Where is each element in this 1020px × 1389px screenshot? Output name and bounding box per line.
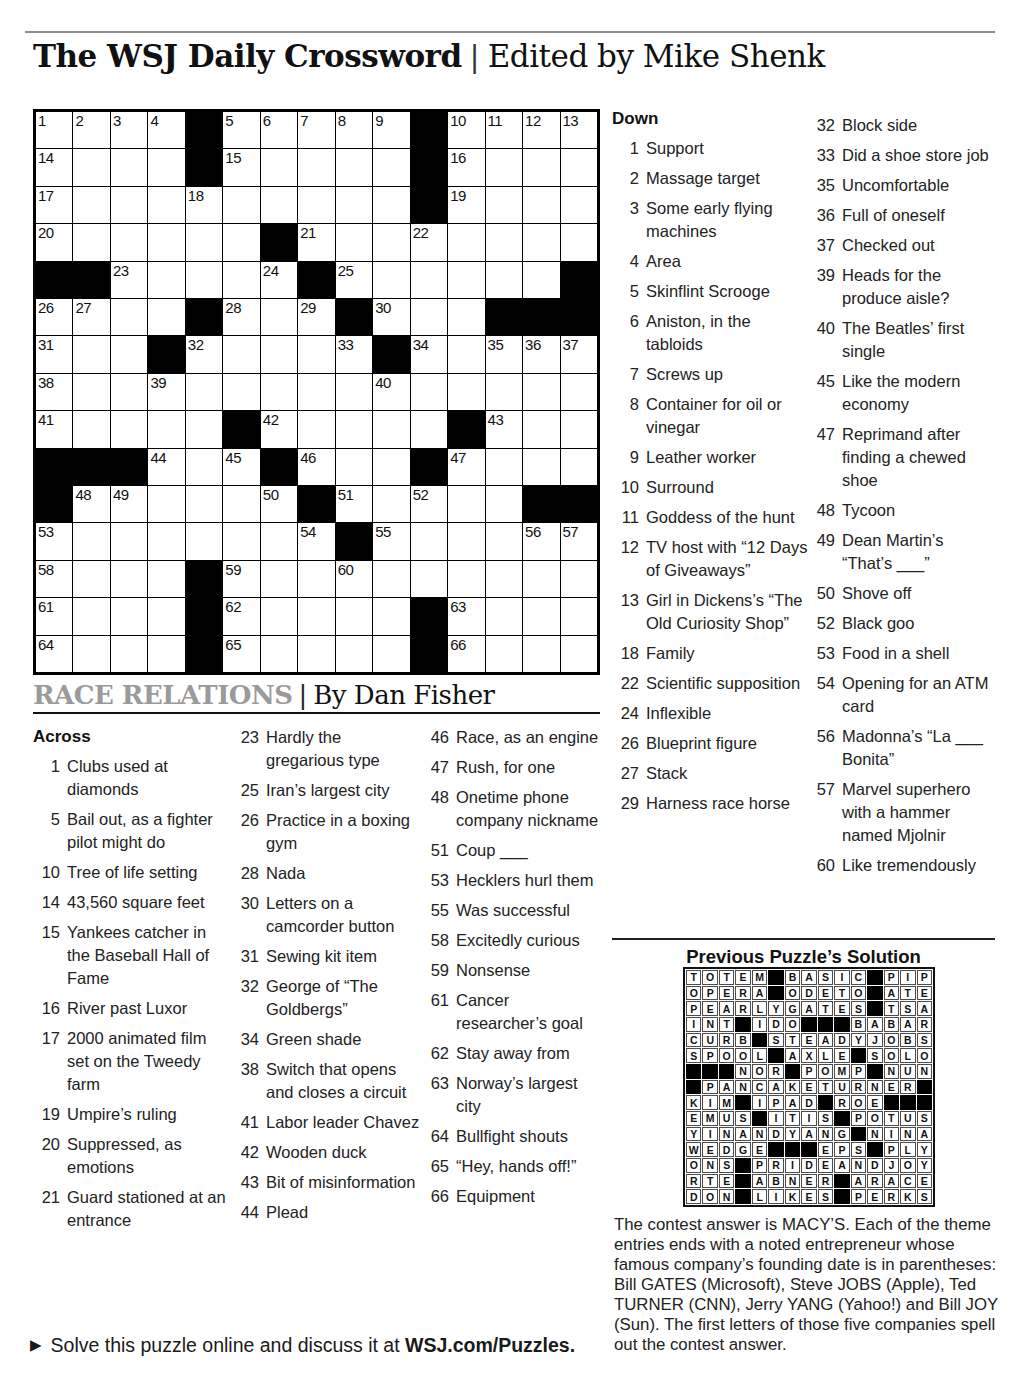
grid-cell-r5c3[interactable]: 23 — [111, 262, 147, 298]
grid-cell-r2c13[interactable] — [486, 149, 522, 185]
grid-cell-r8c9[interactable] — [336, 374, 372, 410]
grid-cell-r7c5[interactable]: 32 — [186, 336, 222, 372]
clue-across-1: 1Clubs used at diamonds — [33, 755, 232, 801]
grid-cell-r8c3[interactable] — [111, 374, 147, 410]
grid-cell-r2c14[interactable] — [523, 149, 559, 185]
down-clues-column-2: 32Block side33Did a shoe store job35Unco… — [808, 108, 995, 884]
grid-cell-r10c12[interactable]: 47 — [448, 449, 484, 485]
grid-cell-r9c2[interactable] — [73, 411, 109, 447]
grid-cell-r8c6[interactable] — [223, 374, 259, 410]
cell-number: 28 — [225, 299, 241, 316]
grid-cell-r5c9[interactable]: 25 — [336, 262, 372, 298]
grid-cell-r5c7[interactable]: 24 — [261, 262, 297, 298]
grid-cell-r13c7[interactable] — [261, 561, 297, 597]
grid-cell-r1c2[interactable]: 2 — [73, 112, 109, 148]
grid-cell-r6c7[interactable] — [261, 299, 297, 335]
grid-cell-r9c10[interactable] — [373, 411, 409, 447]
solution-cell-r7c9: O — [818, 1064, 833, 1079]
grid-cell-r5c14[interactable] — [523, 262, 559, 298]
grid-cell-r10c5[interactable] — [186, 449, 222, 485]
solution-cell-r4c6: D — [768, 1017, 783, 1032]
solution-cell-r6c12: S — [867, 1048, 882, 1063]
grid-cell-r14c1[interactable]: 61 — [36, 598, 72, 634]
grid-cell-r10c10[interactable] — [373, 449, 409, 485]
grid-cell-r11c12[interactable] — [448, 486, 484, 522]
grid-cell-r13c9[interactable]: 60 — [336, 561, 372, 597]
grid-cell-r14c2[interactable] — [73, 598, 109, 634]
grid-cell-r15c13[interactable] — [486, 636, 522, 672]
solution-cell-r3c3: A — [719, 1001, 734, 1016]
clue-across-16: 16River past Luxor — [33, 997, 232, 1020]
grid-cell-r12c12[interactable] — [448, 523, 484, 559]
grid-cell-r8c14[interactable] — [523, 374, 559, 410]
solution-cell-r1c13: P — [884, 970, 899, 985]
grid-cell-r9c3[interactable] — [111, 411, 147, 447]
cell-number: 59 — [225, 561, 241, 578]
grid-cell-r4c14[interactable] — [523, 224, 559, 260]
solution-cell-r13c12: D — [867, 1158, 882, 1173]
grid-cell-r11c7[interactable]: 50 — [261, 486, 297, 522]
grid-cell-r1c14[interactable]: 12 — [523, 112, 559, 148]
grid-cell-r8c2[interactable] — [73, 374, 109, 410]
grid-cell-r9c1[interactable]: 41 — [36, 411, 72, 447]
cell-number: 43 — [488, 411, 504, 428]
grid-cell-r6c3[interactable] — [111, 299, 147, 335]
grid-cell-r3c2[interactable] — [73, 187, 109, 223]
black-cell — [261, 449, 297, 485]
grid-cell-r8c12[interactable] — [448, 374, 484, 410]
grid-cell-r14c3[interactable] — [111, 598, 147, 634]
solution-cell-r5c8: E — [801, 1033, 816, 1048]
clue-down-9: 9Leather worker — [612, 446, 808, 469]
cell-number: 37 — [563, 336, 579, 353]
grid-cell-r12c4[interactable] — [148, 523, 184, 559]
black-cell — [768, 1048, 783, 1063]
grid-cell-r12c7[interactable] — [261, 523, 297, 559]
black-cell — [561, 262, 597, 298]
solution-cell-r14c1: R — [686, 1174, 701, 1189]
solution-cell-r9c12: E — [867, 1095, 882, 1110]
grid-cell-r14c15[interactable] — [561, 598, 597, 634]
grid-cell-r6c1[interactable]: 26 — [36, 299, 72, 335]
grid-cell-r15c4[interactable] — [148, 636, 184, 672]
solution-cell-r13c9: E — [818, 1158, 833, 1173]
grid-cell-r2c8[interactable] — [298, 149, 334, 185]
grid-cell-r3c7[interactable] — [261, 187, 297, 223]
grid-cell-r8c13[interactable] — [486, 374, 522, 410]
puzzle-title-divider: | — [299, 680, 308, 710]
grid-cell-r4c10[interactable] — [373, 224, 409, 260]
solution-cell-r3c4: R — [735, 1001, 750, 1016]
solution-cell-r2c11: O — [851, 986, 866, 1001]
grid-cell-r4c1[interactable]: 20 — [36, 224, 72, 260]
grid-cell-r1c6[interactable]: 5 — [223, 112, 259, 148]
grid-cell-r7c9[interactable]: 33 — [336, 336, 372, 372]
grid-cell-r6c6[interactable]: 28 — [223, 299, 259, 335]
solution-cell-r12c10: P — [834, 1142, 849, 1157]
solution-cell-r13c7: I — [785, 1158, 800, 1173]
grid-cell-r3c12[interactable]: 19 — [448, 187, 484, 223]
grid-cell-r13c2[interactable] — [73, 561, 109, 597]
grid-cell-r8c1[interactable]: 38 — [36, 374, 72, 410]
grid-cell-r3c10[interactable] — [373, 187, 409, 223]
grid-cell-r11c9[interactable]: 51 — [336, 486, 372, 522]
grid-cell-r4c11[interactable]: 22 — [411, 224, 447, 260]
grid-cell-r7c7[interactable] — [261, 336, 297, 372]
grid-cell-r14c8[interactable] — [298, 598, 334, 634]
solution-cell-r15c7: K — [785, 1189, 800, 1204]
grid-cell-r11c4[interactable] — [148, 486, 184, 522]
grid-cell-r2c1[interactable]: 14 — [36, 149, 72, 185]
clue-across-48: 48Onetime phone company nickname — [422, 786, 600, 832]
solution-cell-r3c8: A — [801, 1001, 816, 1016]
grid-cell-r9c15[interactable] — [561, 411, 597, 447]
grid-cell-r7c13[interactable]: 35 — [486, 336, 522, 372]
solution-cell-r2c3: E — [719, 986, 734, 1001]
grid-cell-r14c12[interactable]: 63 — [448, 598, 484, 634]
grid-cell-r2c15[interactable] — [561, 149, 597, 185]
clue-down-57: 57Marvel superhero with a hammer named M… — [808, 778, 995, 847]
grid-cell-r4c12[interactable] — [448, 224, 484, 260]
solution-cell-r7c6: R — [768, 1064, 783, 1079]
puzzle-title: RACE RELATIONS — [33, 680, 293, 710]
grid-cell-r13c12[interactable] — [448, 561, 484, 597]
clue-across-32: 32George of “The Goldbergs” — [232, 975, 422, 1021]
grid-cell-r2c12[interactable]: 16 — [448, 149, 484, 185]
grid-cell-r13c11[interactable] — [411, 561, 447, 597]
clue-across-26: 26Practice in a boxing gym — [232, 809, 422, 855]
solution-cell-r14c15: E — [917, 1174, 932, 1189]
grid-cell-r12c3[interactable] — [111, 523, 147, 559]
grid-cell-r12c13[interactable] — [486, 523, 522, 559]
clue-text: Stay away from — [456, 1042, 600, 1065]
grid-cell-r7c2[interactable] — [73, 336, 109, 372]
grid-cell-r4c3[interactable] — [111, 224, 147, 260]
clue-number: 61 — [422, 989, 456, 1035]
grid-cell-r3c14[interactable] — [523, 187, 559, 223]
grid-cell-r15c9[interactable] — [336, 636, 372, 672]
grid-cell-r9c13[interactable]: 43 — [486, 411, 522, 447]
solution-cell-r13c6: R — [768, 1158, 783, 1173]
grid-cell-r7c8[interactable] — [298, 336, 334, 372]
grid-cell-r4c2[interactable] — [73, 224, 109, 260]
grid-cell-r7c1[interactable]: 31 — [36, 336, 72, 372]
solution-cell-r10c2: M — [702, 1111, 717, 1126]
grid-cell-r15c6[interactable]: 65 — [223, 636, 259, 672]
grid-cell-r11c2[interactable]: 48 — [73, 486, 109, 522]
grid-cell-r12c11[interactable] — [411, 523, 447, 559]
clue-text: Support — [646, 137, 808, 160]
grid-cell-r1c9[interactable]: 8 — [336, 112, 372, 148]
black-cell — [719, 1064, 734, 1079]
solution-cell-r12c4: G — [735, 1142, 750, 1157]
grid-cell-r2c10[interactable] — [373, 149, 409, 185]
clue-number: 1 — [612, 137, 646, 160]
grid-cell-r14c10[interactable] — [373, 598, 409, 634]
clue-number: 58 — [422, 929, 456, 952]
grid-cell-r11c10[interactable] — [373, 486, 409, 522]
solution-cell-r11c14: N — [900, 1127, 915, 1142]
clue-text: Massage target — [646, 167, 808, 190]
solution-cell-r4c13: B — [884, 1017, 899, 1032]
clue-down-22: 22Scientific supposition — [612, 672, 808, 695]
grid-cell-r14c13[interactable] — [486, 598, 522, 634]
grid-cell-r7c15[interactable]: 37 — [561, 336, 597, 372]
grid-cell-r7c12[interactable] — [448, 336, 484, 372]
grid-cell-r3c15[interactable] — [561, 187, 597, 223]
clue-text: Opening for an ATM card — [842, 672, 995, 718]
grid-cell-r15c12[interactable]: 66 — [448, 636, 484, 672]
grid-cell-r12c10[interactable]: 55 — [373, 523, 409, 559]
grid-cell-r1c3[interactable]: 3 — [111, 112, 147, 148]
grid-cell-r4c13[interactable] — [486, 224, 522, 260]
clue-text: Reprimand after finding a chewed shoe — [842, 423, 995, 492]
down-clues-column-1: Down1Support2Massage target3Some early f… — [612, 108, 808, 884]
grid-cell-r12c6[interactable] — [223, 523, 259, 559]
grid-cell-r3c9[interactable] — [336, 187, 372, 223]
clue-down-60: 60Like tremendously — [808, 854, 995, 877]
grid-cell-r3c6[interactable] — [223, 187, 259, 223]
grid-cell-r2c9[interactable] — [336, 149, 372, 185]
grid-cell-r10c6[interactable]: 45 — [223, 449, 259, 485]
clue-number: 15 — [33, 921, 67, 990]
grid-cell-r15c1[interactable]: 64 — [36, 636, 72, 672]
grid-cell-r2c2[interactable] — [73, 149, 109, 185]
grid-cell-r13c15[interactable] — [561, 561, 597, 597]
clue-down-4: 4Area — [612, 250, 808, 273]
grid-cell-r9c11[interactable] — [411, 411, 447, 447]
grid-cell-r6c4[interactable] — [148, 299, 184, 335]
clue-text: Container for oil or vinegar — [646, 393, 808, 439]
grid-cell-r5c11[interactable] — [411, 262, 447, 298]
solution-cell-r1c5: M — [752, 970, 767, 985]
grid-cell-r15c14[interactable] — [523, 636, 559, 672]
grid-cell-r10c4[interactable]: 44 — [148, 449, 184, 485]
grid-cell-r8c8[interactable] — [298, 374, 334, 410]
grid-cell-r14c14[interactable] — [523, 598, 559, 634]
grid-cell-r15c3[interactable] — [111, 636, 147, 672]
clue-number: 32 — [232, 975, 266, 1021]
grid-cell-r14c4[interactable] — [148, 598, 184, 634]
grid-cell-r13c13[interactable] — [486, 561, 522, 597]
grid-cell-r12c5[interactable] — [186, 523, 222, 559]
cell-number: 39 — [150, 374, 166, 391]
clue-across-43: 43Bit of misinformation — [232, 1171, 422, 1194]
grid-cell-r6c12[interactable] — [448, 299, 484, 335]
grid-cell-r4c6[interactable] — [223, 224, 259, 260]
grid-cell-r5c13[interactable] — [486, 262, 522, 298]
grid-cell-r12c14[interactable]: 56 — [523, 523, 559, 559]
grid-cell-r1c15[interactable]: 13 — [561, 112, 597, 148]
grid-cell-r11c5[interactable] — [186, 486, 222, 522]
grid-cell-r3c4[interactable] — [148, 187, 184, 223]
grid-cell-r5c4[interactable] — [148, 262, 184, 298]
grid-cell-r13c6[interactable]: 59 — [223, 561, 259, 597]
grid-cell-r6c11[interactable] — [411, 299, 447, 335]
grid-cell-r7c14[interactable]: 36 — [523, 336, 559, 372]
grid-cell-r8c15[interactable] — [561, 374, 597, 410]
solution-cell-r8c12: N — [867, 1080, 882, 1095]
black-cell — [336, 299, 372, 335]
grid-cell-r11c6[interactable] — [223, 486, 259, 522]
clue-text: River past Luxor — [67, 997, 232, 1020]
clue-text: Uncomfortable — [842, 174, 995, 197]
grid-cell-r6c2[interactable]: 27 — [73, 299, 109, 335]
grid-cell-r3c13[interactable] — [486, 187, 522, 223]
solution-cell-r14c2: T — [702, 1174, 717, 1189]
grid-cell-r14c9[interactable] — [336, 598, 372, 634]
across-clues-column-3: 46Race, as an engine47Rush, for one48One… — [422, 726, 600, 1239]
grid-cell-r15c15[interactable] — [561, 636, 597, 672]
clue-text: Heads for the produce aisle? — [842, 264, 995, 310]
black-cell — [336, 523, 372, 559]
clue-down-12: 12TV host with “12 Days of Giveaways” — [612, 536, 808, 582]
solution-cell-r10c3: U — [719, 1111, 734, 1126]
grid-cell-r3c1[interactable]: 17 — [36, 187, 72, 223]
grid-cell-r15c7[interactable] — [261, 636, 297, 672]
clue-number: 21 — [33, 1186, 67, 1232]
grid-cell-r3c5[interactable]: 18 — [186, 187, 222, 223]
clue-down-1: 1Support — [612, 137, 808, 160]
grid-cell-r4c9[interactable] — [336, 224, 372, 260]
grid-cell-r15c2[interactable] — [73, 636, 109, 672]
grid-cell-r11c11[interactable]: 52 — [411, 486, 447, 522]
solution-cell-r3c11: S — [851, 1001, 866, 1016]
clue-number: 20 — [33, 1133, 67, 1179]
cell-number: 30 — [375, 299, 391, 316]
grid-cell-r8c10[interactable]: 40 — [373, 374, 409, 410]
solution-cell-r2c8: D — [801, 986, 816, 1001]
grid-cell-r1c10[interactable]: 9 — [373, 112, 409, 148]
clue-number: 60 — [808, 854, 842, 877]
grid-cell-r8c5[interactable] — [186, 374, 222, 410]
cell-number: 19 — [450, 187, 466, 204]
grid-cell-r13c8[interactable] — [298, 561, 334, 597]
clue-down-13: 13Girl in Dickens’s “The Old Curiosity S… — [612, 589, 808, 635]
grid-cell-r12c15[interactable]: 57 — [561, 523, 597, 559]
grid-cell-r4c5[interactable] — [186, 224, 222, 260]
clue-number: 26 — [232, 809, 266, 855]
solution-cell-r9c1: K — [686, 1095, 701, 1110]
clue-number: 40 — [808, 317, 842, 363]
grid-cell-r13c4[interactable] — [148, 561, 184, 597]
solution-cell-r11c8: A — [801, 1127, 816, 1142]
solution-cell-r3c10: E — [834, 1001, 849, 1016]
clue-number: 48 — [422, 786, 456, 832]
solution-cell-r4c14: A — [900, 1017, 915, 1032]
grid-cell-r15c8[interactable] — [298, 636, 334, 672]
grid-cell-r5c6[interactable] — [223, 262, 259, 298]
grid-cell-r1c1[interactable]: 1 — [36, 112, 72, 148]
grid-cell-r1c7[interactable]: 6 — [261, 112, 297, 148]
grid-cell-r13c1[interactable]: 58 — [36, 561, 72, 597]
grid-cell-r9c14[interactable] — [523, 411, 559, 447]
grid-cell-r2c7[interactable] — [261, 149, 297, 185]
grid-cell-r5c10[interactable] — [373, 262, 409, 298]
clue-number: 57 — [808, 778, 842, 847]
grid-cell-r12c2[interactable] — [73, 523, 109, 559]
grid-cell-r1c12[interactable]: 10 — [448, 112, 484, 148]
grid-cell-r2c4[interactable] — [148, 149, 184, 185]
grid-cell-r12c8[interactable]: 54 — [298, 523, 334, 559]
grid-cell-r14c6[interactable]: 62 — [223, 598, 259, 634]
grid-cell-r1c4[interactable]: 4 — [148, 112, 184, 148]
grid-cell-r7c11[interactable]: 34 — [411, 336, 447, 372]
grid-cell-r4c15[interactable] — [561, 224, 597, 260]
grid-cell-r9c8[interactable] — [298, 411, 334, 447]
grid-cell-r10c8[interactable]: 46 — [298, 449, 334, 485]
footer-link[interactable]: WSJ.com/Puzzles. — [405, 1334, 575, 1356]
grid-cell-r10c15[interactable] — [561, 449, 597, 485]
grid-cell-r13c14[interactable] — [523, 561, 559, 597]
grid-cell-r8c11[interactable] — [411, 374, 447, 410]
grid-cell-r13c3[interactable] — [111, 561, 147, 597]
grid-cell-r1c8[interactable]: 7 — [298, 112, 334, 148]
clue-across-46: 46Race, as an engine — [422, 726, 600, 749]
grid-cell-r5c12[interactable] — [448, 262, 484, 298]
grid-cell-r11c13[interactable] — [486, 486, 522, 522]
grid-cell-r3c3[interactable] — [111, 187, 147, 223]
grid-cell-r9c5[interactable] — [186, 411, 222, 447]
grid-cell-r12c1[interactable]: 53 — [36, 523, 72, 559]
solution-cell-r15c5: L — [752, 1189, 767, 1204]
grid-cell-r10c9[interactable] — [336, 449, 372, 485]
grid-cell-r1c13[interactable]: 11 — [486, 112, 522, 148]
solution-cell-r3c2: E — [702, 1001, 717, 1016]
grid-cell-r9c4[interactable] — [148, 411, 184, 447]
grid-cell-r9c9[interactable] — [336, 411, 372, 447]
grid-cell-r4c4[interactable] — [148, 224, 184, 260]
clue-number: 4 — [612, 250, 646, 273]
black-cell — [818, 1095, 833, 1110]
clue-number: 13 — [612, 589, 646, 635]
grid-cell-r4c8[interactable]: 21 — [298, 224, 334, 260]
grid-cell-r9c7[interactable]: 42 — [261, 411, 297, 447]
black-cell — [411, 449, 447, 485]
grid-cell-r8c7[interactable] — [261, 374, 297, 410]
black-cell — [411, 636, 447, 672]
grid-cell-r7c3[interactable] — [111, 336, 147, 372]
clue-across-58: 58Excitedly curious — [422, 929, 600, 952]
grid-cell-r13c10[interactable] — [373, 561, 409, 597]
grid-cell-r10c13[interactable] — [486, 449, 522, 485]
grid-cell-r2c6[interactable]: 15 — [223, 149, 259, 185]
grid-cell-r10c14[interactable] — [523, 449, 559, 485]
solution-cell-r8c14: R — [900, 1080, 915, 1095]
clue-across-47: 47Rush, for one — [422, 756, 600, 779]
grid-cell-r2c3[interactable] — [111, 149, 147, 185]
crossword-grid[interactable]: 1234567891011121314151617181920212223242… — [33, 109, 600, 675]
grid-cell-r11c3[interactable]: 49 — [111, 486, 147, 522]
black-cell — [834, 1111, 849, 1126]
clue-text: Food in a shell — [842, 642, 995, 665]
grid-cell-r5c5[interactable] — [186, 262, 222, 298]
grid-cell-r14c7[interactable] — [261, 598, 297, 634]
grid-cell-r6c8[interactable]: 29 — [298, 299, 334, 335]
black-cell — [411, 112, 447, 148]
grid-cell-r8c4[interactable]: 39 — [148, 374, 184, 410]
solution-cell-r15c6: I — [768, 1189, 783, 1204]
grid-cell-r6c10[interactable]: 30 — [373, 299, 409, 335]
solution-cell-r15c2: O — [702, 1189, 717, 1204]
clue-text: Bullfight shouts — [456, 1125, 600, 1148]
solution-cell-r1c1: T — [686, 970, 701, 985]
grid-cell-r7c6[interactable] — [223, 336, 259, 372]
grid-cell-r3c8[interactable] — [298, 187, 334, 223]
solution-cell-r14c7: N — [785, 1174, 800, 1189]
clue-across-21: 21Guard stationed at an entrance — [33, 1186, 232, 1232]
grid-cell-r15c10[interactable] — [373, 636, 409, 672]
